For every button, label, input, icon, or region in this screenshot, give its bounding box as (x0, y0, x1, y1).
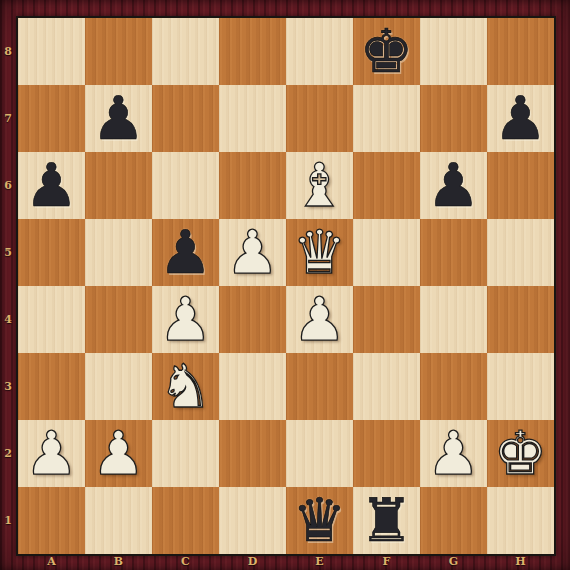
piece-black-rook-f1[interactable]: ♜ (353, 487, 420, 554)
square-g8[interactable] (420, 18, 487, 85)
rank-label-7: 7 (0, 85, 16, 152)
piece-white-pawn-e4[interactable]: ♟ (286, 286, 353, 353)
square-e7[interactable] (286, 85, 353, 152)
square-d3[interactable] (219, 353, 286, 420)
square-b2[interactable]: ♟ (85, 420, 152, 487)
square-e3[interactable] (286, 353, 353, 420)
square-b3[interactable] (85, 353, 152, 420)
piece-black-pawn-h7[interactable]: ♟ (487, 85, 554, 152)
square-f7[interactable] (353, 85, 420, 152)
board-frame: ♚♟♟♟♝♟♟♟♛♟♟♞♟♟♟♚♛♜ (16, 16, 556, 556)
square-c6[interactable] (152, 152, 219, 219)
piece-white-pawn-d5[interactable]: ♟ (219, 219, 286, 286)
piece-black-pawn-g6[interactable]: ♟ (420, 152, 487, 219)
square-d5[interactable]: ♟ (219, 219, 286, 286)
square-g2[interactable]: ♟ (420, 420, 487, 487)
square-f8[interactable]: ♚ (353, 18, 420, 85)
file-label-c: C (152, 554, 219, 569)
square-g3[interactable] (420, 353, 487, 420)
square-c8[interactable] (152, 18, 219, 85)
piece-black-pawn-a6[interactable]: ♟ (18, 152, 85, 219)
square-a6[interactable]: ♟ (18, 152, 85, 219)
square-e4[interactable]: ♟ (286, 286, 353, 353)
square-f1[interactable]: ♜ (353, 487, 420, 554)
square-a4[interactable] (18, 286, 85, 353)
square-h8[interactable] (487, 18, 554, 85)
square-e5[interactable]: ♛ (286, 219, 353, 286)
rank-label-4: 4 (0, 286, 16, 353)
square-b4[interactable] (85, 286, 152, 353)
rank-label-2: 2 (0, 420, 16, 487)
file-label-a: A (18, 554, 85, 569)
square-g7[interactable] (420, 85, 487, 152)
file-label-h: H (487, 554, 554, 569)
square-c1[interactable] (152, 487, 219, 554)
square-h7[interactable]: ♟ (487, 85, 554, 152)
square-b7[interactable]: ♟ (85, 85, 152, 152)
square-c4[interactable]: ♟ (152, 286, 219, 353)
piece-white-pawn-c4[interactable]: ♟ (152, 286, 219, 353)
square-a8[interactable] (18, 18, 85, 85)
rank-label-6: 6 (0, 152, 16, 219)
square-e2[interactable] (286, 420, 353, 487)
square-h3[interactable] (487, 353, 554, 420)
square-c3[interactable]: ♞ (152, 353, 219, 420)
square-f4[interactable] (353, 286, 420, 353)
square-g6[interactable]: ♟ (420, 152, 487, 219)
square-d4[interactable] (219, 286, 286, 353)
piece-white-king-h2[interactable]: ♚ (487, 420, 554, 487)
file-coordinates: ABCDEFGH (18, 554, 554, 569)
square-h5[interactable] (487, 219, 554, 286)
square-a5[interactable] (18, 219, 85, 286)
square-a3[interactable] (18, 353, 85, 420)
square-h1[interactable] (487, 487, 554, 554)
piece-black-pawn-c5[interactable]: ♟ (152, 219, 219, 286)
square-d2[interactable] (219, 420, 286, 487)
piece-black-pawn-b7[interactable]: ♟ (85, 85, 152, 152)
square-b6[interactable] (85, 152, 152, 219)
file-label-d: D (219, 554, 286, 569)
piece-black-king-f8[interactable]: ♚ (353, 18, 420, 85)
square-c7[interactable] (152, 85, 219, 152)
square-h2[interactable]: ♚ (487, 420, 554, 487)
file-label-e: E (286, 554, 353, 569)
square-d6[interactable] (219, 152, 286, 219)
square-f6[interactable] (353, 152, 420, 219)
square-e6[interactable]: ♝ (286, 152, 353, 219)
square-g4[interactable] (420, 286, 487, 353)
square-a2[interactable]: ♟ (18, 420, 85, 487)
piece-white-pawn-g2[interactable]: ♟ (420, 420, 487, 487)
rank-label-1: 1 (0, 487, 16, 554)
square-e8[interactable] (286, 18, 353, 85)
square-d7[interactable] (219, 85, 286, 152)
square-b8[interactable] (85, 18, 152, 85)
rank-label-8: 8 (0, 18, 16, 85)
file-label-f: F (353, 554, 420, 569)
square-f3[interactable] (353, 353, 420, 420)
file-label-g: G (420, 554, 487, 569)
rank-coordinates: 87654321 (0, 18, 16, 554)
square-b5[interactable] (85, 219, 152, 286)
square-d1[interactable] (219, 487, 286, 554)
square-a7[interactable] (18, 85, 85, 152)
chessboard: ♚♟♟♟♝♟♟♟♛♟♟♞♟♟♟♚♛♜ (18, 18, 554, 554)
piece-white-pawn-b2[interactable]: ♟ (85, 420, 152, 487)
square-e1[interactable]: ♛ (286, 487, 353, 554)
square-f2[interactable] (353, 420, 420, 487)
piece-white-bishop-e6[interactable]: ♝ (286, 152, 353, 219)
piece-white-pawn-a2[interactable]: ♟ (18, 420, 85, 487)
piece-white-queen-e5[interactable]: ♛ (286, 219, 353, 286)
rank-label-5: 5 (0, 219, 16, 286)
square-c2[interactable] (152, 420, 219, 487)
square-a1[interactable] (18, 487, 85, 554)
square-g5[interactable] (420, 219, 487, 286)
square-d8[interactable] (219, 18, 286, 85)
file-label-b: B (85, 554, 152, 569)
rank-label-3: 3 (0, 353, 16, 420)
piece-white-knight-c3[interactable]: ♞ (152, 353, 219, 420)
square-h6[interactable] (487, 152, 554, 219)
square-g1[interactable] (420, 487, 487, 554)
square-b1[interactable] (85, 487, 152, 554)
square-h4[interactable] (487, 286, 554, 353)
square-f5[interactable] (353, 219, 420, 286)
chessboard-window: ♚♟♟♟♝♟♟♟♛♟♟♞♟♟♟♚♛♜ 87654321 ABCDEFGH (0, 0, 570, 570)
square-c5[interactable]: ♟ (152, 219, 219, 286)
piece-black-queen-e1[interactable]: ♛ (286, 487, 353, 554)
